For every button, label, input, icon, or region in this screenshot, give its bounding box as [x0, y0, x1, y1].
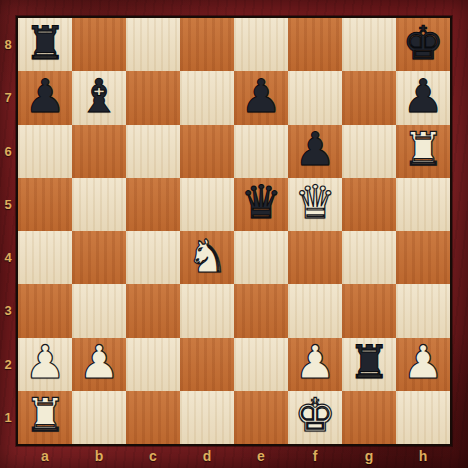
square-a8[interactable]: ♜ [18, 18, 72, 71]
file-label-e: e [234, 444, 288, 468]
piece-black-pawn-a7[interactable]: ♟ [24, 73, 65, 119]
square-g4[interactable] [342, 231, 396, 284]
square-g1[interactable] [342, 391, 396, 444]
square-e7[interactable]: ♟ [234, 71, 288, 124]
square-c2[interactable] [126, 338, 180, 391]
square-f1[interactable]: ♚ [288, 391, 342, 444]
square-e2[interactable] [234, 338, 288, 391]
square-d1[interactable] [180, 391, 234, 444]
piece-black-pawn-f6[interactable]: ♟ [294, 126, 335, 172]
square-h5[interactable] [396, 178, 450, 231]
file-label-d: d [180, 444, 234, 468]
file-label-f: f [288, 444, 342, 468]
rank-label-3: 3 [0, 284, 16, 337]
square-b3[interactable] [72, 284, 126, 337]
square-h4[interactable] [396, 231, 450, 284]
square-h2[interactable]: ♟ [396, 338, 450, 391]
square-f2[interactable]: ♟ [288, 338, 342, 391]
square-g7[interactable] [342, 71, 396, 124]
square-h7[interactable]: ♟ [396, 71, 450, 124]
square-g5[interactable] [342, 178, 396, 231]
piece-black-king-h8[interactable]: ♚ [402, 20, 443, 66]
piece-white-queen-f5[interactable]: ♛ [294, 179, 335, 225]
square-b7[interactable]: ♝ [72, 71, 126, 124]
square-a7[interactable]: ♟ [18, 71, 72, 124]
square-g2[interactable]: ♜ [342, 338, 396, 391]
piece-black-rook-g2[interactable]: ♜ [348, 339, 389, 385]
square-f6[interactable]: ♟ [288, 125, 342, 178]
square-d4[interactable]: ♞ [180, 231, 234, 284]
square-d6[interactable] [180, 125, 234, 178]
piece-white-pawn-h2[interactable]: ♟ [402, 339, 443, 385]
square-c4[interactable] [126, 231, 180, 284]
square-a5[interactable] [18, 178, 72, 231]
square-c3[interactable] [126, 284, 180, 337]
square-h6[interactable]: ♜ [396, 125, 450, 178]
square-c7[interactable] [126, 71, 180, 124]
chess-diagram: 87654321 abcdefgh ♜♚♟♝♟♟♟♜♛♛♞♟♟♟♜♟♜♚ [0, 0, 468, 468]
square-d3[interactable] [180, 284, 234, 337]
piece-black-queen-e5[interactable]: ♛ [240, 179, 281, 225]
piece-black-rook-a8[interactable]: ♜ [24, 20, 65, 66]
piece-black-pawn-h7[interactable]: ♟ [402, 73, 443, 119]
piece-black-bishop-b7[interactable]: ♝ [78, 73, 119, 119]
square-d7[interactable] [180, 71, 234, 124]
piece-white-rook-h6[interactable]: ♜ [402, 126, 443, 172]
rank-label-1: 1 [0, 391, 16, 444]
square-a4[interactable] [18, 231, 72, 284]
file-label-g: g [342, 444, 396, 468]
rank-label-2: 2 [0, 338, 16, 391]
square-f3[interactable] [288, 284, 342, 337]
square-h3[interactable] [396, 284, 450, 337]
square-g3[interactable] [342, 284, 396, 337]
square-f5[interactable]: ♛ [288, 178, 342, 231]
square-a1[interactable]: ♜ [18, 391, 72, 444]
square-b1[interactable] [72, 391, 126, 444]
rank-label-5: 5 [0, 178, 16, 231]
square-d8[interactable] [180, 18, 234, 71]
square-e8[interactable] [234, 18, 288, 71]
piece-white-pawn-b2[interactable]: ♟ [78, 339, 119, 385]
rank-label-6: 6 [0, 125, 16, 178]
chess-board: ♜♚♟♝♟♟♟♜♛♛♞♟♟♟♜♟♜♚ [18, 18, 450, 444]
piece-white-rook-a1[interactable]: ♜ [24, 392, 65, 438]
square-f4[interactable] [288, 231, 342, 284]
square-c1[interactable] [126, 391, 180, 444]
square-a3[interactable] [18, 284, 72, 337]
board-frame: ♜♚♟♝♟♟♟♜♛♛♞♟♟♟♜♟♜♚ [16, 16, 452, 446]
square-f8[interactable] [288, 18, 342, 71]
piece-white-king-f1[interactable]: ♚ [294, 392, 335, 438]
file-label-c: c [126, 444, 180, 468]
square-b5[interactable] [72, 178, 126, 231]
square-c8[interactable] [126, 18, 180, 71]
file-label-a: a [18, 444, 72, 468]
square-c6[interactable] [126, 125, 180, 178]
square-b2[interactable]: ♟ [72, 338, 126, 391]
square-b8[interactable] [72, 18, 126, 71]
square-e1[interactable] [234, 391, 288, 444]
square-a2[interactable]: ♟ [18, 338, 72, 391]
square-a6[interactable] [18, 125, 72, 178]
file-labels: abcdefgh [18, 444, 450, 468]
file-label-h: h [396, 444, 450, 468]
square-e4[interactable] [234, 231, 288, 284]
square-b4[interactable] [72, 231, 126, 284]
square-d2[interactable] [180, 338, 234, 391]
square-h1[interactable] [396, 391, 450, 444]
square-b6[interactable] [72, 125, 126, 178]
square-h8[interactable]: ♚ [396, 18, 450, 71]
file-label-b: b [72, 444, 126, 468]
piece-white-knight-d4[interactable]: ♞ [186, 233, 227, 279]
square-e6[interactable] [234, 125, 288, 178]
square-c5[interactable] [126, 178, 180, 231]
piece-white-pawn-a2[interactable]: ♟ [24, 339, 65, 385]
square-f7[interactable] [288, 71, 342, 124]
square-g6[interactable] [342, 125, 396, 178]
piece-white-pawn-f2[interactable]: ♟ [294, 339, 335, 385]
square-g8[interactable] [342, 18, 396, 71]
rank-label-8: 8 [0, 18, 16, 71]
rank-labels: 87654321 [0, 18, 16, 444]
square-e5[interactable]: ♛ [234, 178, 288, 231]
square-e3[interactable] [234, 284, 288, 337]
rank-label-4: 4 [0, 231, 16, 284]
rank-label-7: 7 [0, 71, 16, 124]
piece-black-pawn-e7[interactable]: ♟ [240, 73, 281, 119]
square-d5[interactable] [180, 178, 234, 231]
